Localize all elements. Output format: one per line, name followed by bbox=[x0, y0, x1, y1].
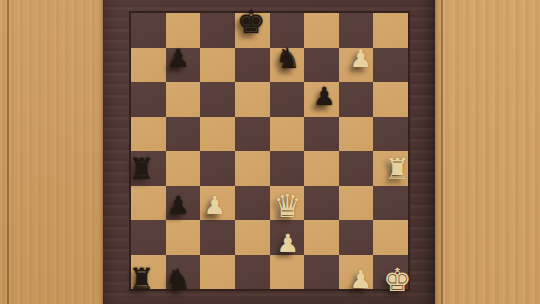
square-f1[interactable] bbox=[304, 255, 339, 290]
square-c7[interactable] bbox=[200, 48, 235, 83]
piece-black-knight[interactable]: ♞ bbox=[275, 45, 300, 73]
square-a1[interactable]: ♜ bbox=[131, 255, 166, 290]
square-g5[interactable] bbox=[339, 117, 374, 152]
square-b5[interactable] bbox=[166, 117, 201, 152]
square-d7[interactable] bbox=[235, 48, 270, 83]
square-f8[interactable] bbox=[304, 13, 339, 48]
square-f4[interactable] bbox=[304, 151, 339, 186]
square-a5[interactable] bbox=[131, 117, 166, 152]
piece-black-pawn[interactable]: ♟ bbox=[167, 47, 189, 72]
square-f6[interactable]: ♟ bbox=[304, 82, 339, 117]
square-d5[interactable] bbox=[235, 117, 270, 152]
square-a8[interactable] bbox=[131, 13, 166, 48]
square-f5[interactable] bbox=[304, 117, 339, 152]
square-d3[interactable] bbox=[235, 186, 270, 221]
square-c8[interactable] bbox=[200, 13, 235, 48]
square-c6[interactable] bbox=[200, 82, 235, 117]
square-b8[interactable] bbox=[166, 13, 201, 48]
piece-black-king[interactable]: ♚ bbox=[237, 6, 266, 38]
piece-black-pawn[interactable]: ♟ bbox=[167, 194, 189, 219]
piece-white-king[interactable]: ♚ bbox=[383, 264, 412, 296]
square-d4[interactable] bbox=[235, 151, 270, 186]
square-c4[interactable] bbox=[200, 151, 235, 186]
square-a3[interactable] bbox=[131, 186, 166, 221]
square-h4[interactable]: ♜ bbox=[373, 151, 408, 186]
square-f7[interactable] bbox=[304, 48, 339, 83]
square-e3[interactable]: ♛ bbox=[270, 186, 305, 221]
square-g3[interactable] bbox=[339, 186, 374, 221]
table-plank-right bbox=[443, 0, 540, 304]
square-c1[interactable] bbox=[200, 255, 235, 290]
piece-white-pawn[interactable]: ♟ bbox=[276, 230, 298, 255]
square-f2[interactable] bbox=[304, 220, 339, 255]
square-h2[interactable] bbox=[373, 220, 408, 255]
square-h3[interactable] bbox=[373, 186, 408, 221]
square-e6[interactable] bbox=[270, 82, 305, 117]
square-d2[interactable] bbox=[235, 220, 270, 255]
square-g7[interactable]: ♟ bbox=[339, 48, 374, 83]
piece-black-pawn[interactable]: ♟ bbox=[313, 83, 335, 108]
square-b2[interactable] bbox=[166, 220, 201, 255]
table-surface: ♚♟♞♟♟♜♜♟♟♛♟♜♞♟♚ bbox=[0, 0, 540, 304]
square-e4[interactable] bbox=[270, 151, 305, 186]
piece-white-pawn[interactable]: ♟ bbox=[350, 47, 372, 72]
square-d6[interactable] bbox=[235, 82, 270, 117]
piece-white-rook[interactable]: ♜ bbox=[384, 155, 410, 184]
square-b7[interactable]: ♟ bbox=[166, 48, 201, 83]
square-b4[interactable] bbox=[166, 151, 201, 186]
square-e1[interactable] bbox=[270, 255, 305, 290]
piece-black-knight[interactable]: ♞ bbox=[166, 266, 191, 294]
piece-black-rook[interactable]: ♜ bbox=[129, 265, 155, 294]
square-g6[interactable] bbox=[339, 82, 374, 117]
square-d1[interactable] bbox=[235, 255, 270, 290]
square-h8[interactable] bbox=[373, 13, 408, 48]
square-f3[interactable] bbox=[304, 186, 339, 221]
square-g2[interactable] bbox=[339, 220, 374, 255]
square-a4[interactable]: ♜ bbox=[131, 151, 166, 186]
square-a7[interactable] bbox=[131, 48, 166, 83]
table-plank-seam-right bbox=[441, 0, 443, 304]
square-h6[interactable] bbox=[373, 82, 408, 117]
square-g1[interactable]: ♟ bbox=[339, 255, 374, 290]
square-b3[interactable]: ♟ bbox=[166, 186, 201, 221]
piece-white-pawn[interactable]: ♟ bbox=[203, 194, 225, 219]
square-h1[interactable]: ♚ bbox=[373, 255, 408, 290]
square-e2[interactable]: ♟ bbox=[270, 220, 305, 255]
piece-white-queen[interactable]: ♛ bbox=[273, 190, 302, 222]
square-b1[interactable]: ♞ bbox=[166, 255, 201, 290]
board-squares: ♚♟♞♟♟♜♜♟♟♛♟♜♞♟♚ bbox=[129, 11, 410, 291]
square-d8[interactable]: ♚ bbox=[235, 13, 270, 48]
square-h7[interactable] bbox=[373, 48, 408, 83]
square-h5[interactable] bbox=[373, 117, 408, 152]
square-g8[interactable] bbox=[339, 13, 374, 48]
square-b6[interactable] bbox=[166, 82, 201, 117]
square-c5[interactable] bbox=[200, 117, 235, 152]
square-c3[interactable]: ♟ bbox=[200, 186, 235, 221]
piece-black-rook[interactable]: ♜ bbox=[129, 155, 155, 184]
square-e5[interactable] bbox=[270, 117, 305, 152]
square-g4[interactable] bbox=[339, 151, 374, 186]
square-e7[interactable]: ♞ bbox=[270, 48, 305, 83]
table-plank-seam-left bbox=[7, 0, 9, 304]
square-a2[interactable] bbox=[131, 220, 166, 255]
square-a6[interactable] bbox=[131, 82, 166, 117]
square-c2[interactable] bbox=[200, 220, 235, 255]
piece-white-pawn[interactable]: ♟ bbox=[350, 267, 372, 292]
